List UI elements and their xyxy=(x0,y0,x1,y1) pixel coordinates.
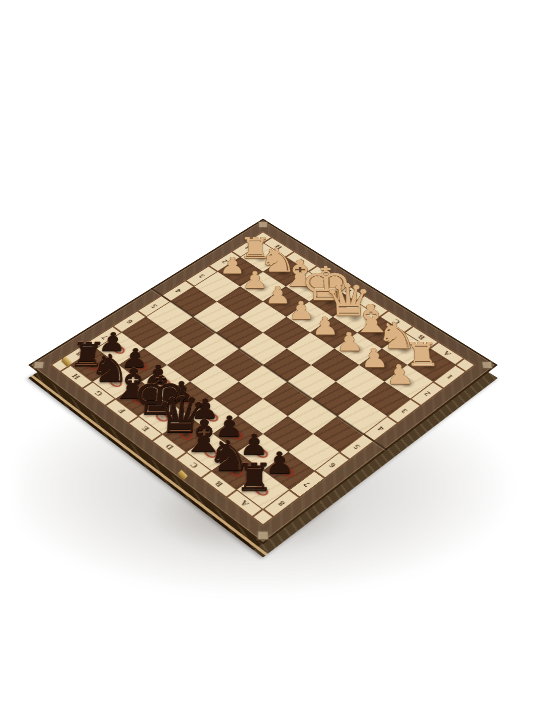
board-wrap: HGFEDCBA1♜♞♝♚♛♝♞♜12♟♟♟♟♟♟♟♟2334455667♟♟♟… xyxy=(97,199,429,531)
coordinate-glyph: 4 xyxy=(375,425,385,433)
coordinate-glyph: C xyxy=(188,461,200,470)
coordinate-glyph: 8 xyxy=(276,499,287,507)
coordinate-glyph: 5 xyxy=(351,443,362,451)
coordinate-glyph: A xyxy=(238,499,251,508)
coordinate-glyph: 2 xyxy=(422,390,432,397)
chess-board-3d: HGFEDCBA1♜♞♝♚♛♝♞♜12♟♟♟♟♟♟♟♟2334455667♟♟♟… xyxy=(28,219,498,545)
board-frame: HGFEDCBA1♜♞♝♚♛♝♞♜12♟♟♟♟♟♟♟♟2334455667♟♟♟… xyxy=(28,219,498,545)
coordinate-glyph: E xyxy=(139,424,151,432)
coordinate-glyph: D xyxy=(163,442,175,451)
coordinate-glyph: G xyxy=(93,389,105,398)
corner-carving-icon xyxy=(481,361,493,369)
coordinate-glyph: 6 xyxy=(327,461,338,469)
coordinate-glyph: B xyxy=(213,480,225,489)
corner-carving-icon xyxy=(258,222,268,228)
coordinate-glyph: H xyxy=(70,373,82,381)
coordinate-glyph: F xyxy=(116,407,127,415)
product-photo-scene: HGFEDCBA1♜♞♝♚♛♝♞♜12♟♟♟♟♟♟♟♟2334455667♟♟♟… xyxy=(0,0,540,720)
coordinate-glyph: 7 xyxy=(302,480,313,488)
coordinate-glyph: 1 xyxy=(445,373,455,380)
corner-carving-icon xyxy=(257,531,269,540)
corner-carving-icon xyxy=(33,361,45,369)
coordinate-glyph: 3 xyxy=(399,407,409,414)
chess-board: HGFEDCBA1♜♞♝♚♛♝♞♜12♟♟♟♟♟♟♟♟2334455667♟♟♟… xyxy=(51,232,475,526)
